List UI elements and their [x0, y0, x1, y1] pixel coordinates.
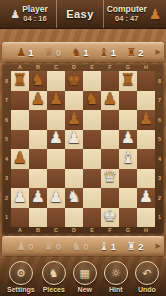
- square-d5[interactable]: ♟: [65, 130, 83, 150]
- captured-queen-computer: ♛0: [44, 47, 61, 58]
- difficulty-panel[interactable]: Easy: [57, 0, 103, 28]
- queen-icon: ♛: [44, 47, 54, 58]
- file-label-f: F: [101, 227, 119, 234]
- square-h2[interactable]: ♟: [137, 188, 155, 208]
- file-label-c: C: [47, 227, 65, 234]
- rank-label-7: 7: [2, 91, 11, 111]
- square-d2[interactable]: ♞: [65, 188, 83, 208]
- brown-p-piece[interactable]: ♟: [31, 91, 45, 107]
- white-n-piece[interactable]: ♞: [67, 189, 81, 205]
- square-f6[interactable]: [101, 110, 119, 130]
- rank-label-4: 4: [155, 149, 164, 169]
- square-b1[interactable]: [29, 208, 47, 228]
- file-label-e: E: [83, 64, 101, 71]
- square-a4[interactable]: ♟: [11, 149, 29, 169]
- square-f3[interactable]: ♛: [101, 169, 119, 189]
- player-time: 04 : 16: [23, 15, 46, 23]
- computer-clock-panel: Computer 04 : 47 ♟: [103, 0, 166, 28]
- square-a8[interactable]: ♜: [11, 71, 29, 91]
- brown-k-piece[interactable]: ♚: [67, 72, 81, 88]
- file-label-h: H: [137, 64, 155, 71]
- white-pawn-icon: ♟: [10, 8, 20, 21]
- captured-rook-count: 2: [138, 47, 143, 58]
- knight-icon: ♞: [71, 47, 81, 58]
- brown-p-piece[interactable]: ♟: [49, 91, 63, 107]
- captured-bishop-count: 1: [111, 241, 116, 252]
- square-h5[interactable]: [137, 130, 155, 150]
- captured-rook-computer: ♜2: [126, 47, 143, 58]
- difficulty-label: Easy: [66, 8, 94, 20]
- rank-label-2: 2: [2, 188, 11, 208]
- white-p-piece[interactable]: ♟: [49, 189, 63, 205]
- square-c8[interactable]: [47, 71, 65, 91]
- square-a1[interactable]: [11, 208, 29, 228]
- square-e6[interactable]: [83, 110, 101, 130]
- toolbar: ⚙Settings♞Pieces▦New☼Hint↶Undo: [0, 258, 166, 296]
- file-label-c: C: [47, 64, 65, 71]
- square-f4[interactable]: [101, 149, 119, 169]
- rank-label-7: 7: [155, 91, 164, 111]
- square-c1[interactable]: [47, 208, 65, 228]
- hint-button-label: Hint: [109, 286, 123, 293]
- captured-queen-player: ♛0: [44, 241, 61, 252]
- settings-button-label: Settings: [7, 286, 35, 293]
- status-bar: ♟ Player 04 : 16 Easy Computer 04 : 47 ♟: [0, 0, 166, 29]
- captured-knight-player: ♞0: [71, 241, 88, 252]
- square-a2[interactable]: ♟: [11, 188, 29, 208]
- square-c3[interactable]: [47, 169, 65, 189]
- square-h1[interactable]: [137, 208, 155, 228]
- hint-button[interactable]: ☼Hint: [104, 261, 128, 293]
- brown-p-piece[interactable]: ♟: [103, 91, 117, 107]
- brown-n-piece[interactable]: ♞: [85, 91, 99, 107]
- square-f5[interactable]: [101, 130, 119, 150]
- square-d6[interactable]: ♟: [65, 110, 83, 130]
- brown-r-piece[interactable]: ♜: [121, 72, 135, 88]
- rank-label-1: 1: [2, 208, 11, 228]
- captured-pawn-count: 1: [28, 47, 33, 58]
- undo-button-label: Undo: [138, 286, 156, 293]
- square-d4[interactable]: [65, 149, 83, 169]
- rank-label-8: 8: [155, 71, 164, 91]
- queen-icon: ♛: [44, 241, 54, 252]
- square-h6[interactable]: ♟: [137, 110, 155, 130]
- white-p-piece[interactable]: ♟: [121, 130, 135, 146]
- rank-label-8: 8: [2, 71, 11, 91]
- square-e3[interactable]: [83, 169, 101, 189]
- square-h4[interactable]: [137, 149, 155, 169]
- brown-pawn-icon: ♟: [149, 6, 162, 22]
- chess-board-frame: ABCDEFGH 87654321 ♜♞♚♜♟♟♞♟♟♟♟♟♟♟♝♛♟♟♟♞♟♚…: [2, 64, 164, 234]
- file-label-f: F: [101, 64, 119, 71]
- captured-tray-player: ♟0♛0♞0♝1♜2▶: [2, 236, 164, 256]
- file-labels-bottom: ABCDEFGH: [11, 227, 155, 234]
- square-f8[interactable]: [101, 71, 119, 91]
- computer-time: 04 : 47: [115, 15, 138, 23]
- square-e2[interactable]: [83, 188, 101, 208]
- rook-icon: ♜: [126, 241, 136, 252]
- file-label-d: D: [65, 227, 83, 234]
- file-label-g: G: [119, 227, 137, 234]
- captured-pawn-player: ♟0: [16, 241, 33, 252]
- undo-arrow-icon: ↶: [135, 261, 159, 285]
- square-b8[interactable]: ♞: [29, 71, 47, 91]
- captured-rook-player: ♜2: [126, 241, 143, 252]
- white-q-piece[interactable]: ♛: [103, 169, 117, 185]
- square-f1[interactable]: ♚: [101, 208, 119, 228]
- square-c6[interactable]: [47, 110, 65, 130]
- captured-pawn-count: 0: [28, 241, 33, 252]
- rank-labels-left: 87654321: [2, 71, 11, 227]
- chess-app-window: ♟ Player 04 : 16 Easy Computer 04 : 47 ♟…: [0, 0, 166, 296]
- rank-label-3: 3: [155, 169, 164, 189]
- board-icon: ▦: [73, 261, 97, 285]
- rank-label-5: 5: [155, 130, 164, 150]
- file-label-b: B: [29, 227, 47, 234]
- player-clock-panel: ♟ Player 04 : 16: [0, 0, 57, 28]
- rank-labels-right: 87654321: [155, 71, 164, 227]
- rank-label-1: 1: [155, 208, 164, 228]
- white-k-piece[interactable]: ♚: [103, 208, 117, 224]
- square-d3[interactable]: [65, 169, 83, 189]
- square-a6[interactable]: [11, 110, 29, 130]
- square-g7[interactable]: [119, 91, 137, 111]
- square-b2[interactable]: ♟: [29, 188, 47, 208]
- white-p-piece[interactable]: ♟: [13, 189, 27, 205]
- captured-bishop-count: 1: [111, 47, 116, 58]
- rank-label-6: 6: [155, 110, 164, 130]
- square-e5[interactable]: [83, 130, 101, 150]
- new-button[interactable]: ▦New: [73, 261, 97, 293]
- pawn-icon: ♟: [16, 47, 26, 58]
- rank-label-3: 3: [2, 169, 11, 189]
- square-c5[interactable]: ♟: [47, 130, 65, 150]
- captured-bishop-player: ♝1: [99, 241, 116, 252]
- square-h7[interactable]: [137, 91, 155, 111]
- square-c2[interactable]: ♟: [47, 188, 65, 208]
- bishop-icon: ♝: [99, 47, 109, 58]
- square-g8[interactable]: ♜: [119, 71, 137, 91]
- square-b6[interactable]: [29, 110, 47, 130]
- square-e8[interactable]: [83, 71, 101, 91]
- square-a3[interactable]: [11, 169, 29, 189]
- file-label-e: E: [83, 227, 101, 234]
- square-g6[interactable]: [119, 110, 137, 130]
- tray-expand-arrow-icon[interactable]: ▶: [156, 48, 161, 56]
- knight-icon: ♞: [42, 261, 66, 285]
- white-p-piece[interactable]: ♟: [139, 189, 153, 205]
- square-b5[interactable]: [29, 130, 47, 150]
- square-a5[interactable]: [11, 130, 29, 150]
- captured-queen-count: 0: [56, 47, 61, 58]
- brown-n-piece[interactable]: ♞: [31, 72, 45, 88]
- square-d8[interactable]: ♚: [65, 71, 83, 91]
- rank-label-2: 2: [155, 188, 164, 208]
- pieces-button[interactable]: ♞Pieces: [42, 261, 66, 293]
- square-b3[interactable]: [29, 169, 47, 189]
- square-b7[interactable]: ♟: [29, 91, 47, 111]
- chess-board[interactable]: ♜♞♚♜♟♟♞♟♟♟♟♟♟♟♝♛♟♟♟♞♟♚: [11, 71, 155, 227]
- pawn-icon: ♟: [16, 241, 26, 252]
- gear-icon: ⚙: [9, 261, 33, 285]
- square-g4[interactable]: ♝: [119, 149, 137, 169]
- rank-label-6: 6: [2, 110, 11, 130]
- white-p-piece[interactable]: ♟: [67, 130, 81, 146]
- knight-icon: ♞: [71, 241, 81, 252]
- brown-p-piece[interactable]: ♟: [13, 150, 27, 166]
- square-d7[interactable]: [65, 91, 83, 111]
- square-f2[interactable]: [101, 188, 119, 208]
- captured-bishop-computer: ♝1: [99, 47, 116, 58]
- square-a7[interactable]: [11, 91, 29, 111]
- rank-label-5: 5: [2, 130, 11, 150]
- undo-button[interactable]: ↶Undo: [135, 261, 159, 293]
- tray-expand-arrow-icon[interactable]: ▶: [156, 242, 161, 250]
- square-e7[interactable]: ♞: [83, 91, 101, 111]
- pieces-button-label: Pieces: [43, 286, 65, 293]
- square-f7[interactable]: ♟: [101, 91, 119, 111]
- square-g5[interactable]: ♟: [119, 130, 137, 150]
- square-e4[interactable]: [83, 149, 101, 169]
- brown-p-piece[interactable]: ♟: [67, 111, 81, 127]
- captured-tray-computer: ♟1♛0♞1♝1♜2▶: [2, 42, 164, 62]
- captured-knight-count: 0: [83, 241, 88, 252]
- square-b4[interactable]: [29, 149, 47, 169]
- square-d1[interactable]: [65, 208, 83, 228]
- captured-knight-computer: ♞1: [71, 47, 88, 58]
- white-b-piece[interactable]: ♝: [121, 150, 135, 166]
- settings-button[interactable]: ⚙Settings: [7, 261, 35, 293]
- new-button-label: New: [78, 286, 92, 293]
- captured-pawn-computer: ♟1: [16, 47, 33, 58]
- captured-knight-count: 1: [83, 47, 88, 58]
- square-g3[interactable]: [119, 169, 137, 189]
- square-e1[interactable]: [83, 208, 101, 228]
- brown-p-piece[interactable]: ♟: [139, 111, 153, 127]
- square-h8[interactable]: [137, 71, 155, 91]
- square-h3[interactable]: [137, 169, 155, 189]
- square-c4[interactable]: [47, 149, 65, 169]
- rank-label-4: 4: [2, 149, 11, 169]
- white-p-piece[interactable]: ♟: [31, 189, 45, 205]
- square-c7[interactable]: ♟: [47, 91, 65, 111]
- white-p-piece[interactable]: ♟: [49, 130, 63, 146]
- square-g1[interactable]: [119, 208, 137, 228]
- square-g2[interactable]: [119, 188, 137, 208]
- captured-queen-count: 0: [56, 241, 61, 252]
- brown-r-piece[interactable]: ♜: [13, 72, 27, 88]
- file-label-a: A: [11, 227, 29, 234]
- captured-rook-count: 2: [138, 241, 143, 252]
- bulb-icon: ☼: [104, 261, 128, 285]
- bishop-icon: ♝: [99, 241, 109, 252]
- rook-icon: ♜: [126, 47, 136, 58]
- file-label-h: H: [137, 227, 155, 234]
